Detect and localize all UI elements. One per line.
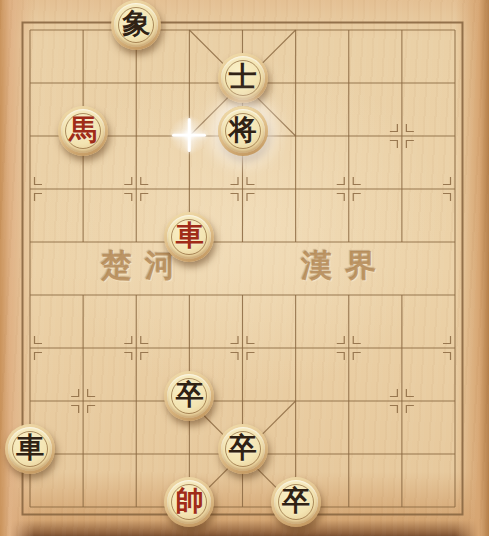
piece-glyph: 卒 xyxy=(282,487,310,515)
piece-face: 卒 xyxy=(167,374,211,418)
piece-black-chariot[interactable]: 車 xyxy=(5,424,55,474)
piece-face: 卒 xyxy=(274,480,318,524)
xiangqi-board: 楚河 漢界 象士馬将車卒車卒帥卒 xyxy=(0,0,489,536)
piece-glyph: 士 xyxy=(229,63,257,91)
piece-black-advisor[interactable]: 士 xyxy=(218,53,268,103)
piece-face: 卒 xyxy=(221,427,265,471)
piece-black-elephant[interactable]: 象 xyxy=(111,0,161,50)
piece-black-pawn-b[interactable]: 卒 xyxy=(218,424,268,474)
piece-glyph: 車 xyxy=(175,222,203,250)
piece-black-pawn-c[interactable]: 卒 xyxy=(271,477,321,527)
piece-face: 象 xyxy=(114,3,158,47)
piece-glyph: 卒 xyxy=(175,381,203,409)
piece-red-horse[interactable]: 馬 xyxy=(58,106,108,156)
piece-face: 馬 xyxy=(61,109,105,153)
piece-glyph: 帥 xyxy=(175,487,203,515)
piece-glyph: 卒 xyxy=(229,434,257,462)
piece-glyph: 象 xyxy=(122,10,150,38)
piece-face: 将 xyxy=(221,109,265,153)
piece-glyph: 車 xyxy=(16,434,44,462)
piece-glyph: 将 xyxy=(229,116,257,144)
piece-face: 帥 xyxy=(167,480,211,524)
piece-face: 士 xyxy=(221,56,265,100)
piece-face: 車 xyxy=(167,215,211,259)
piece-face: 車 xyxy=(8,427,52,471)
piece-glyph: 馬 xyxy=(69,116,97,144)
river-label-right: 漢界 xyxy=(301,250,389,281)
piece-black-general[interactable]: 将 xyxy=(218,106,268,156)
